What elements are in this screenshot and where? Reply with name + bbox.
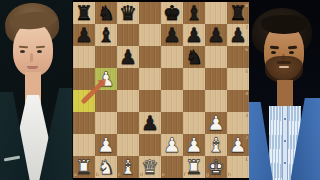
square-f6[interactable]: ♞ <box>183 46 205 68</box>
black-pawn-h7[interactable]: ♟ <box>227 24 249 46</box>
square-f1[interactable]: ♜ <box>183 156 205 178</box>
square-h2[interactable]: ♟ <box>227 134 249 156</box>
square-c4[interactable] <box>117 90 139 112</box>
square-d7[interactable] <box>139 24 161 46</box>
white-rook-a1[interactable]: ♜ <box>73 156 95 178</box>
thumbnail-stage: ♜♞♛♚♝♜♟♝♟♟♟♟♟♞♟♟♟♟♟♟♝♟♜♞♝♛♜♚ 87654321abc… <box>0 0 320 180</box>
square-b8[interactable]: ♞ <box>95 2 117 24</box>
black-bishop-b7[interactable]: ♝ <box>95 24 117 46</box>
mouth <box>27 66 38 69</box>
chess-board-area: ♜♞♛♚♝♜♟♝♟♟♟♟♟♞♟♟♟♟♟♟♝♟♜♞♝♛♜♚ 87654321abc… <box>73 2 249 178</box>
square-h4[interactable] <box>227 90 249 112</box>
black-pawn-e7[interactable]: ♟ <box>161 24 183 46</box>
square-e7[interactable]: ♟ <box>161 24 183 46</box>
square-f5[interactable] <box>183 68 205 90</box>
square-c5[interactable] <box>117 68 139 90</box>
eye <box>20 50 25 53</box>
shirt-button <box>284 162 286 164</box>
square-d3[interactable]: ♟ <box>139 112 161 134</box>
square-c7[interactable] <box>117 24 139 46</box>
black-pawn-f7[interactable]: ♟ <box>183 24 205 46</box>
square-h7[interactable]: ♟ <box>227 24 249 46</box>
left-player-photo <box>0 0 73 180</box>
black-pawn-c6[interactable]: ♟ <box>117 46 139 68</box>
square-a5[interactable] <box>73 68 95 90</box>
square-c3[interactable] <box>117 112 139 134</box>
black-king-e8[interactable]: ♚ <box>161 2 183 24</box>
white-pawn-f2[interactable]: ♟ <box>183 134 205 156</box>
square-d4[interactable] <box>139 90 161 112</box>
black-rook-a8[interactable]: ♜ <box>73 2 95 24</box>
shirt-button <box>284 118 286 120</box>
square-a8[interactable]: ♜ <box>73 2 95 24</box>
eyebrow <box>270 46 279 49</box>
square-g2[interactable]: ♝ <box>205 134 227 156</box>
square-h6[interactable] <box>227 46 249 68</box>
square-a6[interactable] <box>73 46 95 68</box>
black-rook-h8[interactable]: ♜ <box>227 2 249 24</box>
mustache <box>277 61 291 64</box>
square-b6[interactable] <box>95 46 117 68</box>
white-bishop-c1[interactable]: ♝ <box>117 156 139 178</box>
square-g8[interactable] <box>205 2 227 24</box>
square-d1[interactable]: ♛ <box>139 156 161 178</box>
square-b7[interactable]: ♝ <box>95 24 117 46</box>
white-pawn-g3[interactable]: ♟ <box>205 112 227 134</box>
square-d2[interactable] <box>139 134 161 156</box>
white-queen-d1[interactable]: ♛ <box>139 156 161 178</box>
black-knight-f6[interactable]: ♞ <box>183 46 205 68</box>
eye <box>271 51 276 54</box>
square-c1[interactable]: ♝ <box>117 156 139 178</box>
square-e5[interactable] <box>161 68 183 90</box>
square-g7[interactable]: ♟ <box>205 24 227 46</box>
white-pawn-e2[interactable]: ♟ <box>161 134 183 156</box>
white-knight-b1[interactable]: ♞ <box>95 156 117 178</box>
square-f4[interactable] <box>183 90 205 112</box>
shirt-button <box>284 140 286 142</box>
nose <box>30 53 33 62</box>
square-g4[interactable] <box>205 90 227 112</box>
square-d8[interactable] <box>139 2 161 24</box>
white-pawn-b5[interactable]: ♟ <box>95 68 117 90</box>
square-e2[interactable]: ♟ <box>161 134 183 156</box>
white-king-g1[interactable]: ♚ <box>205 156 227 178</box>
square-b1[interactable]: ♞ <box>95 156 117 178</box>
white-bishop-g2[interactable]: ♝ <box>205 134 227 156</box>
square-f2[interactable]: ♟ <box>183 134 205 156</box>
square-e4[interactable] <box>161 90 183 112</box>
black-knight-b8[interactable]: ♞ <box>95 2 117 24</box>
square-b3[interactable] <box>95 112 117 134</box>
right-player-photo <box>249 0 320 180</box>
square-f3[interactable] <box>183 112 205 134</box>
mouth <box>279 66 289 68</box>
square-h8[interactable]: ♜ <box>227 2 249 24</box>
square-b2[interactable]: ♟ <box>95 134 117 156</box>
square-g6[interactable] <box>205 46 227 68</box>
square-g1[interactable]: ♚ <box>205 156 227 178</box>
square-c6[interactable]: ♟ <box>117 46 139 68</box>
eyebrow <box>288 46 297 49</box>
black-pawn-g7[interactable]: ♟ <box>205 24 227 46</box>
square-a4[interactable] <box>73 90 95 112</box>
square-g5[interactable] <box>205 68 227 90</box>
square-e6[interactable] <box>161 46 183 68</box>
square-c8[interactable]: ♛ <box>117 2 139 24</box>
hair-fringe <box>261 15 307 34</box>
square-d6[interactable] <box>139 46 161 68</box>
black-queen-c8[interactable]: ♛ <box>117 2 139 24</box>
square-f7[interactable]: ♟ <box>183 24 205 46</box>
square-h5[interactable] <box>227 68 249 90</box>
square-c2[interactable] <box>117 134 139 156</box>
square-a2[interactable] <box>73 134 95 156</box>
square-g3[interactable]: ♟ <box>205 112 227 134</box>
square-f8[interactable]: ♝ <box>183 2 205 24</box>
eye <box>289 51 294 54</box>
white-pawn-b2[interactable]: ♟ <box>95 134 117 156</box>
square-b4[interactable] <box>95 90 117 112</box>
square-a3[interactable] <box>73 112 95 134</box>
black-bishop-f8[interactable]: ♝ <box>183 2 205 24</box>
black-pawn-a7[interactable]: ♟ <box>73 24 95 46</box>
square-a7[interactable]: ♟ <box>73 24 95 46</box>
square-h1[interactable] <box>227 156 249 178</box>
eye <box>37 50 42 53</box>
square-a1[interactable]: ♜ <box>73 156 95 178</box>
square-b5[interactable]: ♟ <box>95 68 117 90</box>
white-rook-f1[interactable]: ♜ <box>183 156 205 178</box>
square-e8[interactable]: ♚ <box>161 2 183 24</box>
square-e3[interactable] <box>161 112 183 134</box>
chess-board: ♜♞♛♚♝♜♟♝♟♟♟♟♟♞♟♟♟♟♟♟♝♟♜♞♝♛♜♚ <box>73 2 249 178</box>
square-h3[interactable] <box>227 112 249 134</box>
square-e1[interactable] <box>161 156 183 178</box>
white-pawn-h2[interactable]: ♟ <box>227 134 249 156</box>
square-d5[interactable] <box>139 68 161 90</box>
black-pawn-d3[interactable]: ♟ <box>139 112 161 134</box>
